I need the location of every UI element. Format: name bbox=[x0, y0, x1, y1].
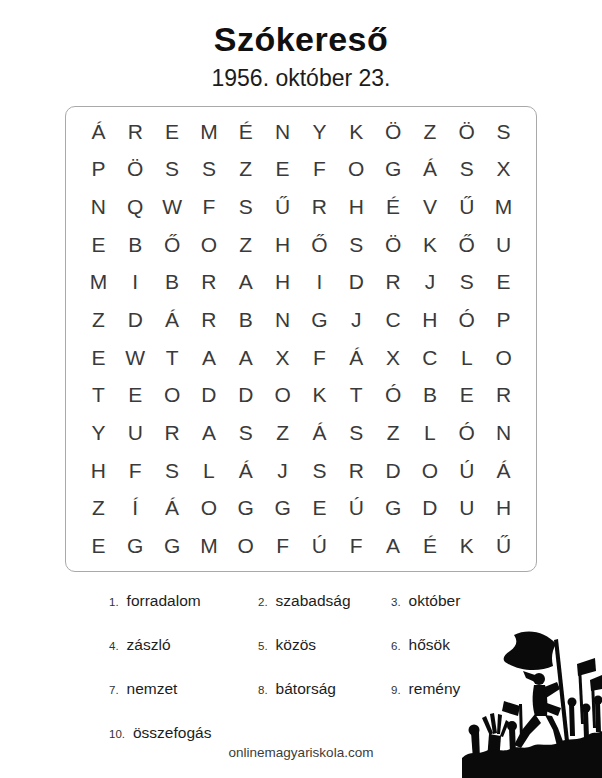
grid-cell-r8c12: R bbox=[485, 377, 522, 415]
grid-cell-r10c2: F bbox=[117, 452, 154, 490]
grid-cell-r10c4: L bbox=[190, 452, 227, 490]
grid-cell-r4c8: S bbox=[338, 226, 375, 264]
word-label: forradalom bbox=[127, 592, 201, 610]
word-item-bátorság: 8.bátorság bbox=[230, 680, 375, 698]
word-number: 2. bbox=[258, 596, 268, 608]
grid-cell-r8c8: T bbox=[338, 377, 375, 415]
grid-cell-r6c5: B bbox=[227, 301, 264, 339]
grid-cell-r9c4: A bbox=[190, 414, 227, 452]
grid-cell-r8c10: B bbox=[411, 377, 448, 415]
grid-cell-r2c4: S bbox=[190, 151, 227, 189]
grid-cell-r8c2: E bbox=[117, 377, 154, 415]
word-item-zászló: 4.zászló bbox=[65, 636, 230, 654]
grid-cell-r4c10: K bbox=[411, 226, 448, 264]
word-number: 8. bbox=[258, 684, 268, 696]
grid-cell-r12c6: F bbox=[264, 527, 301, 565]
grid-cell-r9c9: Z bbox=[375, 414, 412, 452]
grid-cell-r5c12: E bbox=[485, 264, 522, 302]
page-title: Szókereső bbox=[0, 20, 602, 59]
grid-cell-r7c1: E bbox=[80, 339, 117, 377]
grid-cell-r8c9: Ó bbox=[375, 377, 412, 415]
grid-cell-r4c3: Ő bbox=[154, 226, 191, 264]
word-label: hősök bbox=[409, 636, 450, 654]
grid-cell-r3c5: S bbox=[227, 188, 264, 226]
grid-cell-r9c10: L bbox=[411, 414, 448, 452]
grid-cell-r9c8: S bbox=[338, 414, 375, 452]
grid-cell-r12c11: K bbox=[448, 527, 485, 565]
grid-cell-r10c9: D bbox=[375, 452, 412, 490]
grid-cell-r7c10: C bbox=[411, 339, 448, 377]
grid-cell-r1c1: Á bbox=[80, 113, 117, 151]
grid-cell-r5c4: R bbox=[190, 264, 227, 302]
grid-cell-r11c3: Á bbox=[154, 490, 191, 528]
grid-cell-r12c3: G bbox=[154, 527, 191, 565]
word-item-összefogás: 10.összefogás bbox=[65, 724, 230, 742]
word-number: 4. bbox=[109, 640, 119, 652]
grid-cell-r1c6: N bbox=[264, 113, 301, 151]
grid-cell-r7c11: L bbox=[448, 339, 485, 377]
word-label: bátorság bbox=[276, 680, 336, 698]
grid-cell-r1c2: R bbox=[117, 113, 154, 151]
grid-cell-r4c5: Z bbox=[227, 226, 264, 264]
grid-cell-r9c2: U bbox=[117, 414, 154, 452]
grid-cell-r8c11: E bbox=[448, 377, 485, 415]
grid-cell-r2c2: Ö bbox=[117, 151, 154, 189]
word-number: 6. bbox=[391, 640, 401, 652]
grid-cell-r11c10: D bbox=[411, 490, 448, 528]
grid-cell-r1c4: M bbox=[190, 113, 227, 151]
grid-cell-r9c3: R bbox=[154, 414, 191, 452]
grid-cell-r3c6: Ű bbox=[264, 188, 301, 226]
grid-cell-r7c9: X bbox=[375, 339, 412, 377]
grid-cell-r11c9: G bbox=[375, 490, 412, 528]
grid-cell-r11c1: Z bbox=[80, 490, 117, 528]
grid-cell-r8c1: T bbox=[80, 377, 117, 415]
grid-cell-r11c7: E bbox=[301, 490, 338, 528]
grid-cell-r6c3: Á bbox=[154, 301, 191, 339]
grid-cell-r2c10: Á bbox=[411, 151, 448, 189]
grid-cell-r1c5: É bbox=[227, 113, 264, 151]
word-item-forradalom: 1.forradalom bbox=[65, 592, 230, 610]
grid-cell-r2c9: G bbox=[375, 151, 412, 189]
revolution-silhouette-icon bbox=[462, 628, 602, 778]
grid-cell-r12c2: G bbox=[117, 527, 154, 565]
grid-cell-r4c6: H bbox=[264, 226, 301, 264]
word-label: nemzet bbox=[127, 680, 178, 698]
grid-cell-r4c4: O bbox=[190, 226, 227, 264]
grid-cell-r2c3: S bbox=[154, 151, 191, 189]
grid-cell-r2c8: O bbox=[338, 151, 375, 189]
grid-cell-r9c12: N bbox=[485, 414, 522, 452]
grid-cell-r12c8: F bbox=[338, 527, 375, 565]
grid-cell-r11c8: Ú bbox=[338, 490, 375, 528]
grid-cell-r9c1: Y bbox=[80, 414, 117, 452]
grid-cell-r3c10: V bbox=[411, 188, 448, 226]
grid-cell-r7c12: O bbox=[485, 339, 522, 377]
grid-cell-r1c7: Y bbox=[301, 113, 338, 151]
word-label: remény bbox=[409, 680, 461, 698]
grid-cell-r5c7: I bbox=[301, 264, 338, 302]
grid-cell-r2c6: E bbox=[264, 151, 301, 189]
grid-cell-r1c12: S bbox=[485, 113, 522, 151]
grid-cell-r11c12: H bbox=[485, 490, 522, 528]
grid-cell-r4c12: U bbox=[485, 226, 522, 264]
grid-cell-r6c1: Z bbox=[80, 301, 117, 339]
grid-cell-r10c1: H bbox=[80, 452, 117, 490]
grid-cell-r10c3: S bbox=[154, 452, 191, 490]
grid-cell-r2c11: S bbox=[448, 151, 485, 189]
grid-cell-r12c7: Ú bbox=[301, 527, 338, 565]
grid-cell-r1c8: K bbox=[338, 113, 375, 151]
grid-cell-r4c1: E bbox=[80, 226, 117, 264]
grid-cell-r4c11: Ő bbox=[448, 226, 485, 264]
grid-cell-r11c5: G bbox=[227, 490, 264, 528]
grid-cell-r5c10: J bbox=[411, 264, 448, 302]
grid-cell-r10c5: Á bbox=[227, 452, 264, 490]
grid-cell-r2c12: X bbox=[485, 151, 522, 189]
word-label: közös bbox=[276, 636, 317, 654]
grid-cell-r8c5: D bbox=[227, 377, 264, 415]
grid-cell-r3c4: F bbox=[190, 188, 227, 226]
grid-cell-r2c5: Z bbox=[227, 151, 264, 189]
grid-cell-r4c7: Ő bbox=[301, 226, 338, 264]
grid-cell-r12c9: A bbox=[375, 527, 412, 565]
page-subtitle: 1956. október 23. bbox=[0, 65, 602, 92]
grid-cell-r5c9: R bbox=[375, 264, 412, 302]
grid-cell-r9c11: Ó bbox=[448, 414, 485, 452]
grid-cell-r11c4: O bbox=[190, 490, 227, 528]
grid-cell-r3c1: N bbox=[80, 188, 117, 226]
grid-cell-r9c7: Á bbox=[301, 414, 338, 452]
grid-cell-r7c7: F bbox=[301, 339, 338, 377]
grid-cell-r6c2: D bbox=[117, 301, 154, 339]
grid-cell-r7c8: Á bbox=[338, 339, 375, 377]
grid-cell-r7c6: X bbox=[264, 339, 301, 377]
word-item-közös: 5.közös bbox=[230, 636, 375, 654]
grid-cell-r5c6: H bbox=[264, 264, 301, 302]
grid-cell-r1c9: Ö bbox=[375, 113, 412, 151]
grid-cell-r5c3: B bbox=[154, 264, 191, 302]
grid-cell-r12c12: Ű bbox=[485, 527, 522, 565]
grid-cell-r1c11: Ö bbox=[448, 113, 485, 151]
grid-cell-r10c6: J bbox=[264, 452, 301, 490]
grid-cell-r6c9: C bbox=[375, 301, 412, 339]
grid-cell-r5c5: A bbox=[227, 264, 264, 302]
grid-cell-r3c11: Ű bbox=[448, 188, 485, 226]
grid-cell-r11c6: G bbox=[264, 490, 301, 528]
grid-cell-r11c11: U bbox=[448, 490, 485, 528]
grid-cell-r5c11: S bbox=[448, 264, 485, 302]
grid-cell-r10c7: S bbox=[301, 452, 338, 490]
word-item-szabadság: 2.szabadság bbox=[230, 592, 375, 610]
word-number: 10. bbox=[109, 728, 125, 740]
grid-cell-r4c9: Ö bbox=[375, 226, 412, 264]
word-number: 3. bbox=[391, 596, 401, 608]
grid-cell-r12c4: M bbox=[190, 527, 227, 565]
grid-cell-r7c5: A bbox=[227, 339, 264, 377]
grid-cell-r1c3: E bbox=[154, 113, 191, 151]
grid-cell-r6c6: N bbox=[264, 301, 301, 339]
grid-cell-r5c1: M bbox=[80, 264, 117, 302]
grid-cell-r6c7: G bbox=[301, 301, 338, 339]
grid-cell-r12c1: E bbox=[80, 527, 117, 565]
grid-cell-r10c12: Á bbox=[485, 452, 522, 490]
word-label: zászló bbox=[127, 636, 171, 654]
grid-cell-r9c5: S bbox=[227, 414, 264, 452]
grid-cell-r11c2: Í bbox=[117, 490, 154, 528]
grid-cell-r3c2: Q bbox=[117, 188, 154, 226]
grid-cell-r3c8: H bbox=[338, 188, 375, 226]
word-number: 9. bbox=[391, 684, 401, 696]
word-label: összefogás bbox=[133, 724, 211, 742]
grid-cell-r9c6: Z bbox=[264, 414, 301, 452]
grid-cell-r5c2: I bbox=[117, 264, 154, 302]
word-label: október bbox=[409, 592, 461, 610]
word-item-október: 3.október bbox=[375, 592, 537, 610]
grid-cell-r5c8: D bbox=[338, 264, 375, 302]
grid-cell-r10c10: O bbox=[411, 452, 448, 490]
word-number: 7. bbox=[109, 684, 119, 696]
grid-cell-r1c10: Z bbox=[411, 113, 448, 151]
grid-cell-r2c7: F bbox=[301, 151, 338, 189]
grid-cell-r10c11: Ú bbox=[448, 452, 485, 490]
grid-cell-r3c9: É bbox=[375, 188, 412, 226]
grid-cell-r6c4: R bbox=[190, 301, 227, 339]
grid-cell-r7c4: A bbox=[190, 339, 227, 377]
grid-cell-r6c10: H bbox=[411, 301, 448, 339]
grid-cell-r4c2: B bbox=[117, 226, 154, 264]
grid-cell-r6c12: P bbox=[485, 301, 522, 339]
grid-cell-r8c6: O bbox=[264, 377, 301, 415]
word-number: 1. bbox=[109, 596, 119, 608]
word-search-grid: ÁREMÉNYKÖZÖSPÖSSZEFOGÁSXNQWFSŰRHÉVŰMEBŐO… bbox=[65, 106, 537, 572]
grid-cell-r3c12: M bbox=[485, 188, 522, 226]
word-label: szabadság bbox=[276, 592, 351, 610]
grid-cell-r8c3: O bbox=[154, 377, 191, 415]
grid-cell-r6c11: Ó bbox=[448, 301, 485, 339]
grid-cell-r12c10: É bbox=[411, 527, 448, 565]
word-item-nemzet: 7.nemzet bbox=[65, 680, 230, 698]
grid-cell-r2c1: P bbox=[80, 151, 117, 189]
grid-cell-r12c5: O bbox=[227, 527, 264, 565]
grid-cell-r3c3: W bbox=[154, 188, 191, 226]
grid-cell-r6c8: J bbox=[338, 301, 375, 339]
grid-cell-r8c7: K bbox=[301, 377, 338, 415]
grid-cell-r10c8: R bbox=[338, 452, 375, 490]
grid-cell-r3c7: R bbox=[301, 188, 338, 226]
grid-cell-r7c2: W bbox=[117, 339, 154, 377]
grid-cell-r7c3: T bbox=[154, 339, 191, 377]
grid-cell-r8c4: D bbox=[190, 377, 227, 415]
header: Szókereső 1956. október 23. bbox=[0, 0, 602, 92]
word-number: 5. bbox=[258, 640, 268, 652]
